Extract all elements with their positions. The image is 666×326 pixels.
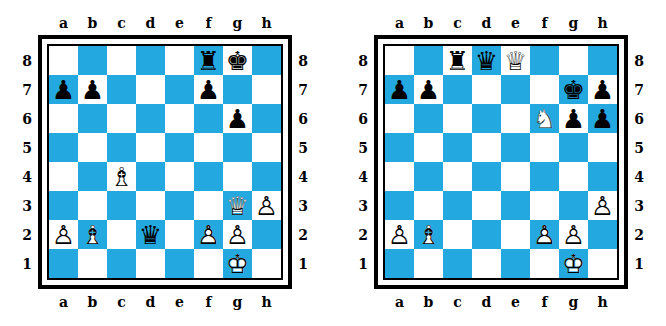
square-b5 xyxy=(78,133,107,162)
square-g5 xyxy=(223,133,252,162)
square-a5 xyxy=(385,133,414,162)
rank-label-7: 7 xyxy=(628,75,650,104)
square-h5 xyxy=(252,133,281,162)
file-label-b: b xyxy=(78,289,107,314)
square-b1 xyxy=(78,249,107,278)
file-label-h: h xyxy=(588,289,617,314)
rank-label-1: 1 xyxy=(628,249,650,278)
black-rook: ♜ xyxy=(194,46,223,75)
square-f7 xyxy=(530,75,559,104)
square-a2: ♟♙ xyxy=(49,220,78,249)
square-h6 xyxy=(252,104,281,133)
rank-label-4: 4 xyxy=(628,162,650,191)
square-b4 xyxy=(414,162,443,191)
black-pawn: ♟ xyxy=(414,75,443,104)
square-d7 xyxy=(136,75,165,104)
square-a4 xyxy=(49,162,78,191)
square-a7: ♟ xyxy=(385,75,414,104)
black-pawn: ♟ xyxy=(78,75,107,104)
square-e3 xyxy=(165,191,194,220)
chess-diagram-left: abcdefgh 87654321 ♜♚♟♟♟♟♝♗♛♕♟♙♟♙♝♗♛♟♙♟♙♚… xyxy=(16,10,314,314)
square-c8: ♜ xyxy=(443,46,472,75)
board-grid-left: ♜♚♟♟♟♟♝♗♛♕♟♙♟♙♝♗♛♟♙♟♙♚♔ xyxy=(47,44,283,280)
rank-label-2: 2 xyxy=(352,220,374,249)
file-label-e: e xyxy=(165,289,194,314)
square-g1: ♚♔ xyxy=(559,249,588,278)
rank-label-5: 5 xyxy=(16,133,38,162)
black-pawn-glyph: ♟ xyxy=(49,75,78,104)
square-e5 xyxy=(501,133,530,162)
square-b3 xyxy=(414,191,443,220)
square-e4 xyxy=(165,162,194,191)
square-g5 xyxy=(559,133,588,162)
file-label-f: f xyxy=(530,10,559,35)
square-b7: ♟ xyxy=(78,75,107,104)
black-pawn: ♟ xyxy=(588,104,617,133)
rank-labels-left: 87654321 xyxy=(352,46,374,278)
square-f7: ♟ xyxy=(194,75,223,104)
rank-label-7: 7 xyxy=(292,75,314,104)
square-d4 xyxy=(472,162,501,191)
black-pawn-glyph: ♟ xyxy=(78,75,107,104)
rank-label-4: 4 xyxy=(292,162,314,191)
square-a8 xyxy=(385,46,414,75)
file-label-a: a xyxy=(385,289,414,314)
square-a4 xyxy=(385,162,414,191)
square-g3 xyxy=(559,191,588,220)
square-d1 xyxy=(136,249,165,278)
square-e6 xyxy=(165,104,194,133)
square-f1 xyxy=(194,249,223,278)
rank-label-8: 8 xyxy=(352,46,374,75)
square-b1 xyxy=(414,249,443,278)
black-pawn-glyph: ♟ xyxy=(559,104,588,133)
square-h4 xyxy=(588,162,617,191)
square-b2: ♝♗ xyxy=(414,220,443,249)
square-e6 xyxy=(501,104,530,133)
white-bishop: ♝♗ xyxy=(78,220,107,249)
rank-label-1: 1 xyxy=(352,249,374,278)
rank-label-5: 5 xyxy=(292,133,314,162)
square-e5 xyxy=(165,133,194,162)
square-e7 xyxy=(501,75,530,104)
square-f8 xyxy=(530,46,559,75)
file-label-d: d xyxy=(136,10,165,35)
white-bishop: ♝♗ xyxy=(414,220,443,249)
square-f2: ♟♙ xyxy=(530,220,559,249)
black-pawn: ♟ xyxy=(588,75,617,104)
file-label-f: f xyxy=(194,289,223,314)
square-c4: ♝♗ xyxy=(107,162,136,191)
white-queen-outline: ♕ xyxy=(501,46,530,75)
square-g1: ♚♔ xyxy=(223,249,252,278)
square-b6 xyxy=(78,104,107,133)
white-queen: ♛♕ xyxy=(501,46,530,75)
square-f1 xyxy=(530,249,559,278)
square-c8 xyxy=(107,46,136,75)
square-a5 xyxy=(49,133,78,162)
square-a7: ♟ xyxy=(49,75,78,104)
file-labels-top: abcdefgh xyxy=(385,10,617,35)
file-label-b: b xyxy=(414,10,443,35)
white-queen-outline: ♕ xyxy=(223,191,252,220)
rank-label-8: 8 xyxy=(628,46,650,75)
square-f4 xyxy=(530,162,559,191)
black-pawn: ♟ xyxy=(223,104,252,133)
white-pawn-outline: ♙ xyxy=(252,191,281,220)
file-label-g: g xyxy=(223,10,252,35)
rank-label-5: 5 xyxy=(352,133,374,162)
square-g3: ♛♕ xyxy=(223,191,252,220)
file-label-g: g xyxy=(223,289,252,314)
file-label-a: a xyxy=(49,289,78,314)
square-c5 xyxy=(443,133,472,162)
square-h3: ♟♙ xyxy=(252,191,281,220)
rank-labels-left: 87654321 xyxy=(16,46,38,278)
square-h7 xyxy=(252,75,281,104)
square-g7 xyxy=(223,75,252,104)
square-f4 xyxy=(194,162,223,191)
square-g6: ♟ xyxy=(223,104,252,133)
square-e3 xyxy=(501,191,530,220)
square-d7 xyxy=(472,75,501,104)
black-pawn-glyph: ♟ xyxy=(414,75,443,104)
white-pawn-outline: ♙ xyxy=(223,220,252,249)
file-label-c: c xyxy=(443,10,472,35)
square-b6 xyxy=(414,104,443,133)
square-c7 xyxy=(443,75,472,104)
square-c3 xyxy=(443,191,472,220)
white-queen: ♛♕ xyxy=(223,191,252,220)
file-label-b: b xyxy=(414,289,443,314)
file-label-f: f xyxy=(194,10,223,35)
white-king-outline: ♔ xyxy=(559,249,588,278)
square-d8 xyxy=(136,46,165,75)
square-g4 xyxy=(223,162,252,191)
rank-label-1: 1 xyxy=(16,249,38,278)
square-a2: ♟♙ xyxy=(385,220,414,249)
black-pawn-glyph: ♟ xyxy=(194,75,223,104)
square-b7: ♟ xyxy=(414,75,443,104)
square-b3 xyxy=(78,191,107,220)
black-rook-glyph: ♜ xyxy=(443,46,472,75)
file-label-d: d xyxy=(472,289,501,314)
square-d6 xyxy=(472,104,501,133)
square-f8: ♜ xyxy=(194,46,223,75)
file-label-g: g xyxy=(559,10,588,35)
square-h2 xyxy=(252,220,281,249)
black-pawn: ♟ xyxy=(194,75,223,104)
black-pawn-glyph: ♟ xyxy=(385,75,414,104)
black-rook: ♜ xyxy=(443,46,472,75)
square-f3 xyxy=(530,191,559,220)
square-d3 xyxy=(472,191,501,220)
square-f5 xyxy=(194,133,223,162)
black-queen-glyph: ♛ xyxy=(472,46,501,75)
square-h3: ♟♙ xyxy=(588,191,617,220)
white-king: ♚♔ xyxy=(559,249,588,278)
square-c5 xyxy=(107,133,136,162)
rank-label-6: 6 xyxy=(352,104,374,133)
white-bishop-outline: ♗ xyxy=(107,162,136,191)
file-label-c: c xyxy=(443,289,472,314)
black-pawn-glyph: ♟ xyxy=(588,75,617,104)
square-h4 xyxy=(252,162,281,191)
rank-label-1: 1 xyxy=(292,249,314,278)
file-label-d: d xyxy=(472,10,501,35)
square-e1 xyxy=(165,249,194,278)
square-c7 xyxy=(107,75,136,104)
white-pawn-outline: ♙ xyxy=(49,220,78,249)
square-h6: ♟ xyxy=(588,104,617,133)
rank-label-3: 3 xyxy=(628,191,650,220)
file-label-b: b xyxy=(78,10,107,35)
rank-label-2: 2 xyxy=(292,220,314,249)
file-label-h: h xyxy=(588,10,617,35)
rank-label-8: 8 xyxy=(292,46,314,75)
white-pawn: ♟♙ xyxy=(530,220,559,249)
file-label-c: c xyxy=(107,289,136,314)
square-d8: ♛ xyxy=(472,46,501,75)
black-king-glyph: ♚ xyxy=(559,75,588,104)
file-label-f: f xyxy=(530,289,559,314)
white-pawn: ♟♙ xyxy=(223,220,252,249)
square-g8 xyxy=(559,46,588,75)
file-labels-bottom: abcdefgh xyxy=(385,289,617,314)
square-c3 xyxy=(107,191,136,220)
white-pawn: ♟♙ xyxy=(385,220,414,249)
black-pawn-glyph: ♟ xyxy=(223,104,252,133)
white-knight-outline: ♘ xyxy=(530,104,559,133)
rank-label-7: 7 xyxy=(352,75,374,104)
white-pawn-outline: ♙ xyxy=(194,220,223,249)
black-king: ♚ xyxy=(559,75,588,104)
square-h8 xyxy=(588,46,617,75)
white-pawn: ♟♙ xyxy=(559,220,588,249)
square-h2 xyxy=(588,220,617,249)
rank-labels-right: 87654321 xyxy=(292,46,314,278)
square-a1 xyxy=(385,249,414,278)
square-a3 xyxy=(385,191,414,220)
file-label-d: d xyxy=(136,289,165,314)
black-pawn: ♟ xyxy=(385,75,414,104)
rank-label-6: 6 xyxy=(628,104,650,133)
rank-label-8: 8 xyxy=(16,46,38,75)
square-h1 xyxy=(588,249,617,278)
square-g2: ♟♙ xyxy=(559,220,588,249)
black-pawn: ♟ xyxy=(49,75,78,104)
square-d2: ♛ xyxy=(136,220,165,249)
white-king-outline: ♔ xyxy=(223,249,252,278)
rank-label-3: 3 xyxy=(352,191,374,220)
square-g2: ♟♙ xyxy=(223,220,252,249)
square-d5 xyxy=(472,133,501,162)
white-knight: ♞♘ xyxy=(530,104,559,133)
white-bishop: ♝♗ xyxy=(107,162,136,191)
rank-label-6: 6 xyxy=(16,104,38,133)
rank-label-6: 6 xyxy=(292,104,314,133)
square-b8 xyxy=(414,46,443,75)
square-e8: ♛♕ xyxy=(501,46,530,75)
square-c2 xyxy=(443,220,472,249)
square-c6 xyxy=(443,104,472,133)
black-queen-glyph: ♛ xyxy=(136,220,165,249)
square-d2 xyxy=(472,220,501,249)
file-labels-top: abcdefgh xyxy=(49,10,281,35)
board-grid-right: ♜♛♛♕♟♟♚♟♞♘♟♟♟♙♟♙♝♗♟♙♟♙♚♔ xyxy=(383,44,619,280)
file-label-e: e xyxy=(501,289,530,314)
chess-diagram-right: abcdefgh 87654321 ♜♛♛♕♟♟♚♟♞♘♟♟♟♙♟♙♝♗♟♙♟♙… xyxy=(352,10,650,314)
black-queen: ♛ xyxy=(472,46,501,75)
square-b2: ♝♗ xyxy=(78,220,107,249)
square-h1 xyxy=(252,249,281,278)
square-f3 xyxy=(194,191,223,220)
square-d1 xyxy=(472,249,501,278)
rank-label-3: 3 xyxy=(292,191,314,220)
square-c6 xyxy=(107,104,136,133)
square-f5 xyxy=(530,133,559,162)
square-f6 xyxy=(194,104,223,133)
rank-label-4: 4 xyxy=(16,162,38,191)
black-pawn-glyph: ♟ xyxy=(588,104,617,133)
file-label-h: h xyxy=(252,289,281,314)
square-e2 xyxy=(165,220,194,249)
square-a6 xyxy=(385,104,414,133)
file-label-a: a xyxy=(385,10,414,35)
square-a8 xyxy=(49,46,78,75)
square-e4 xyxy=(501,162,530,191)
white-pawn: ♟♙ xyxy=(49,220,78,249)
file-label-e: e xyxy=(501,10,530,35)
square-g4 xyxy=(559,162,588,191)
white-pawn: ♟♙ xyxy=(252,191,281,220)
rank-labels-right: 87654321 xyxy=(628,46,650,278)
square-f6: ♞♘ xyxy=(530,104,559,133)
square-a6 xyxy=(49,104,78,133)
square-b8 xyxy=(78,46,107,75)
file-label-e: e xyxy=(165,10,194,35)
square-e7 xyxy=(165,75,194,104)
square-c1 xyxy=(443,249,472,278)
square-h8 xyxy=(252,46,281,75)
white-bishop-outline: ♗ xyxy=(78,220,107,249)
white-king: ♚♔ xyxy=(223,249,252,278)
white-pawn-outline: ♙ xyxy=(530,220,559,249)
rank-label-2: 2 xyxy=(16,220,38,249)
square-d3 xyxy=(136,191,165,220)
square-d5 xyxy=(136,133,165,162)
file-labels-bottom: abcdefgh xyxy=(49,289,281,314)
square-c2 xyxy=(107,220,136,249)
black-queen: ♛ xyxy=(136,220,165,249)
file-label-h: h xyxy=(252,10,281,35)
black-rook-glyph: ♜ xyxy=(194,46,223,75)
square-e2 xyxy=(501,220,530,249)
rank-label-2: 2 xyxy=(628,220,650,249)
square-h7: ♟ xyxy=(588,75,617,104)
square-c4 xyxy=(443,162,472,191)
square-e1 xyxy=(501,249,530,278)
square-f2: ♟♙ xyxy=(194,220,223,249)
black-king: ♚ xyxy=(223,46,252,75)
square-e8 xyxy=(165,46,194,75)
white-pawn: ♟♙ xyxy=(194,220,223,249)
white-pawn-outline: ♙ xyxy=(385,220,414,249)
rank-label-5: 5 xyxy=(628,133,650,162)
black-king-glyph: ♚ xyxy=(223,46,252,75)
square-a3 xyxy=(49,191,78,220)
square-d4 xyxy=(136,162,165,191)
file-label-g: g xyxy=(559,289,588,314)
rank-label-7: 7 xyxy=(16,75,38,104)
white-bishop-outline: ♗ xyxy=(414,220,443,249)
white-pawn-outline: ♙ xyxy=(588,191,617,220)
black-pawn: ♟ xyxy=(559,104,588,133)
square-a1 xyxy=(49,249,78,278)
board-frame: ♜♛♛♕♟♟♚♟♞♘♟♟♟♙♟♙♝♗♟♙♟♙♚♔ xyxy=(374,35,628,289)
white-pawn-outline: ♙ xyxy=(559,220,588,249)
rank-label-3: 3 xyxy=(16,191,38,220)
square-d6 xyxy=(136,104,165,133)
page: abcdefgh 87654321 ♜♚♟♟♟♟♝♗♛♕♟♙♟♙♝♗♛♟♙♟♙♚… xyxy=(0,0,666,326)
square-g8: ♚ xyxy=(223,46,252,75)
rank-label-4: 4 xyxy=(352,162,374,191)
square-g6: ♟ xyxy=(559,104,588,133)
square-h5 xyxy=(588,133,617,162)
board-frame: ♜♚♟♟♟♟♝♗♛♕♟♙♟♙♝♗♛♟♙♟♙♚♔ xyxy=(38,35,292,289)
file-label-a: a xyxy=(49,10,78,35)
square-b5 xyxy=(414,133,443,162)
square-g7: ♚ xyxy=(559,75,588,104)
square-b4 xyxy=(78,162,107,191)
square-c1 xyxy=(107,249,136,278)
file-label-c: c xyxy=(107,10,136,35)
white-pawn: ♟♙ xyxy=(588,191,617,220)
